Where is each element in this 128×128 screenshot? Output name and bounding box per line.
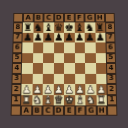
square-h7[interactable]: ♟ <box>95 32 106 42</box>
piece-black-pawn-e7[interactable]: ♟ <box>65 32 74 42</box>
square-b1[interactable]: ♞ <box>32 95 43 106</box>
piece-black-pawn-h7[interactable]: ♟ <box>96 32 105 42</box>
square-e7[interactable]: ♟ <box>64 32 74 42</box>
square-b7[interactable]: ♟ <box>33 32 43 42</box>
piece-white-rook-a1[interactable]: ♜ <box>22 94 32 105</box>
square-c7[interactable]: ♟ <box>43 32 53 42</box>
file-label-h-bottom: H <box>96 105 107 115</box>
piece-black-pawn-g7[interactable]: ♟ <box>85 32 94 42</box>
rank-label-1-left: 1 <box>11 95 21 106</box>
piece-white-queen-d1[interactable]: ♛ <box>54 94 64 105</box>
rank-label-8-left: 8 <box>13 22 23 32</box>
frame-corner <box>105 13 115 22</box>
square-d1[interactable]: ♛ <box>53 95 64 106</box>
square-f6[interactable] <box>74 42 84 52</box>
piece-white-bishop-c1[interactable]: ♝ <box>43 94 53 105</box>
rank-label-6-left: 6 <box>12 42 22 52</box>
rank-label-8-right: 8 <box>105 22 115 32</box>
square-f7[interactable]: ♟ <box>74 32 84 42</box>
square-a1[interactable]: ♜ <box>21 95 32 106</box>
square-b5[interactable] <box>33 53 44 63</box>
rank-label-6-right: 6 <box>106 42 116 52</box>
rank-label-3-left: 3 <box>11 73 21 84</box>
rank-label-7-right: 7 <box>105 32 115 42</box>
square-d5[interactable] <box>54 53 65 63</box>
square-a5[interactable] <box>22 53 33 63</box>
piece-black-pawn-d7[interactable]: ♟ <box>54 32 63 42</box>
piece-white-knight-g1[interactable]: ♞ <box>86 94 96 105</box>
piece-black-pawn-a7[interactable]: ♟ <box>23 32 32 42</box>
piece-white-knight-b1[interactable]: ♞ <box>32 94 42 105</box>
piece-white-rook-h1[interactable]: ♜ <box>97 94 107 105</box>
square-c5[interactable] <box>43 53 54 63</box>
square-g1[interactable]: ♞ <box>85 95 96 106</box>
rank-label-3-right: 3 <box>106 73 116 84</box>
rank-label-5-left: 5 <box>12 53 22 63</box>
square-d7[interactable]: ♟ <box>54 32 64 42</box>
piece-black-pawn-f7[interactable]: ♟ <box>75 32 84 42</box>
piece-white-king-e1[interactable]: ♚ <box>65 94 75 105</box>
square-e1[interactable]: ♚ <box>64 95 75 106</box>
chess-board: ABCDEFGH8♜♞♝♛♚♝♞♜87♟♟♟♟♟♟♟♟7665544332♟♟♟… <box>11 13 118 116</box>
square-e6[interactable] <box>64 42 74 52</box>
square-b6[interactable] <box>33 42 44 52</box>
rank-label-4-left: 4 <box>12 63 22 73</box>
file-label-d-bottom: D <box>53 105 64 115</box>
square-h4[interactable] <box>96 63 107 73</box>
file-label-b-bottom: B <box>32 105 43 115</box>
rank-label-2-right: 2 <box>106 84 116 95</box>
piece-black-pawn-c7[interactable]: ♟ <box>44 32 53 42</box>
square-d4[interactable] <box>53 63 64 73</box>
frame-corner <box>11 105 22 115</box>
square-h1[interactable]: ♜ <box>96 95 107 106</box>
frame-corner <box>13 13 23 22</box>
square-g5[interactable] <box>85 53 96 63</box>
square-g4[interactable] <box>85 63 96 73</box>
rank-label-4-right: 4 <box>106 63 116 73</box>
square-f4[interactable] <box>75 63 86 73</box>
square-g6[interactable] <box>85 42 96 52</box>
square-c6[interactable] <box>43 42 53 52</box>
square-h6[interactable] <box>95 42 106 52</box>
square-b4[interactable] <box>32 63 43 73</box>
square-e5[interactable] <box>64 53 75 63</box>
app-canvas: ABCDEFGH8♜♞♝♛♚♝♞♜87♟♟♟♟♟♟♟♟7665544332♟♟♟… <box>0 0 128 128</box>
file-label-g-bottom: G <box>85 105 96 115</box>
square-a4[interactable] <box>22 63 33 73</box>
rank-label-5-right: 5 <box>106 53 116 63</box>
rank-label-1-right: 1 <box>107 95 117 106</box>
square-e4[interactable] <box>64 63 75 73</box>
square-c1[interactable]: ♝ <box>43 95 54 106</box>
square-d6[interactable] <box>54 42 64 52</box>
file-label-c-bottom: C <box>42 105 53 115</box>
rank-label-7-left: 7 <box>13 32 23 42</box>
frame-corner <box>107 105 118 115</box>
square-f5[interactable] <box>74 53 85 63</box>
square-h5[interactable] <box>95 53 106 63</box>
square-a7[interactable]: ♟ <box>22 32 33 42</box>
square-a6[interactable] <box>22 42 33 52</box>
rank-label-2-left: 2 <box>11 84 21 95</box>
square-c4[interactable] <box>43 63 54 73</box>
file-label-a-bottom: A <box>21 105 32 115</box>
file-label-e-bottom: E <box>64 105 75 115</box>
piece-white-bishop-f1[interactable]: ♝ <box>75 94 85 105</box>
square-g7[interactable]: ♟ <box>85 32 95 42</box>
square-f1[interactable]: ♝ <box>75 95 86 106</box>
piece-black-pawn-b7[interactable]: ♟ <box>33 32 42 42</box>
file-label-f-bottom: F <box>75 105 86 115</box>
